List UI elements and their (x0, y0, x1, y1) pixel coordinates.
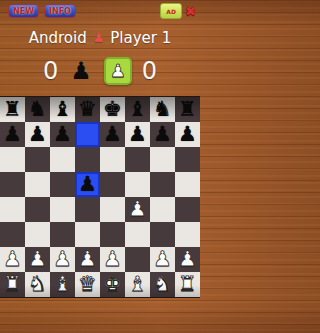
square-b5[interactable] (25, 172, 50, 197)
square-f7[interactable]: ♟ (125, 122, 150, 147)
square-c6[interactable] (50, 147, 75, 172)
square-h4[interactable] (175, 197, 200, 222)
square-f1[interactable]: ♝ (125, 272, 150, 297)
square-g4[interactable] (150, 197, 175, 222)
white-rook-piece: ♜ (178, 272, 197, 297)
square-d5[interactable]: ♟ (75, 172, 100, 197)
square-c3[interactable] (50, 222, 75, 247)
black-pawn-piece: ♟ (178, 122, 197, 147)
square-b7[interactable]: ♟ (25, 122, 50, 147)
new-button[interactable]: NEW (8, 4, 39, 18)
player-score: 0 (142, 57, 157, 85)
square-f4[interactable]: ♟ (125, 197, 150, 222)
square-d2[interactable]: ♟ (75, 247, 100, 272)
black-knight-piece: ♞ (153, 97, 172, 122)
white-knight-piece: ♞ (28, 272, 47, 297)
square-g1[interactable]: ♞ (150, 272, 175, 297)
square-a6[interactable] (0, 147, 25, 172)
black-bishop-piece: ♝ (128, 97, 147, 122)
right-player-name: Player 1 (106, 29, 175, 47)
close-ad-icon[interactable]: ✖ (185, 4, 196, 19)
black-pawn-piece: ♟ (128, 122, 147, 147)
square-c7[interactable]: ♟ (50, 122, 75, 147)
square-e1[interactable]: ♚ (100, 272, 125, 297)
white-pawn-piece: ♟ (128, 197, 147, 222)
black-king-piece: ♚ (103, 97, 122, 122)
black-pawn-piece: ♟ (153, 122, 172, 147)
square-f2[interactable] (125, 247, 150, 272)
square-b2[interactable]: ♟ (25, 247, 50, 272)
square-h8[interactable]: ♜ (175, 97, 200, 122)
square-e7[interactable]: ♟ (100, 122, 125, 147)
android-score: 0 (43, 57, 58, 85)
players-title: Android ♟ Player 1 (0, 28, 200, 47)
black-queen-piece: ♛ (78, 97, 97, 122)
square-d8[interactable]: ♛ (75, 97, 100, 122)
square-g3[interactable] (150, 222, 175, 247)
black-rook-piece: ♜ (3, 97, 22, 122)
square-a8[interactable]: ♜ (0, 97, 25, 122)
square-e8[interactable]: ♚ (100, 97, 125, 122)
square-b6[interactable] (25, 147, 50, 172)
square-f8[interactable]: ♝ (125, 97, 150, 122)
square-f5[interactable] (125, 172, 150, 197)
white-pawn-piece: ♟ (78, 247, 97, 272)
black-pawn-icon: ♟ (70, 57, 92, 85)
ad-button[interactable]: AD (160, 3, 182, 19)
square-b1[interactable]: ♞ (25, 272, 50, 297)
white-bishop-piece: ♝ (128, 272, 147, 297)
square-e5[interactable] (100, 172, 125, 197)
square-d4[interactable] (75, 197, 100, 222)
square-a5[interactable] (0, 172, 25, 197)
square-h3[interactable] (175, 222, 200, 247)
white-pawn-piece: ♟ (103, 247, 122, 272)
square-d7[interactable] (75, 122, 100, 147)
square-f6[interactable] (125, 147, 150, 172)
square-a1[interactable]: ♜ (0, 272, 25, 297)
square-e4[interactable] (100, 197, 125, 222)
black-pawn-piece: ♟ (103, 122, 122, 147)
square-a4[interactable] (0, 197, 25, 222)
square-e2[interactable]: ♟ (100, 247, 125, 272)
black-rook-piece: ♜ (178, 97, 197, 122)
turn-indicator-button[interactable]: ♟ (104, 57, 132, 85)
square-g7[interactable]: ♟ (150, 122, 175, 147)
black-pawn-piece: ♟ (78, 172, 97, 197)
chess-board: ♜♞♝♛♚♝♞♜♟♟♟♟♟♟♟♟♟♟♟♟♟♟♟♟♜♞♝♛♚♝♞♜ (0, 96, 200, 298)
square-c4[interactable] (50, 197, 75, 222)
scoreboard: 0 ♟ ♟ 0 (0, 57, 200, 85)
white-queen-piece: ♛ (78, 272, 97, 297)
black-knight-piece: ♞ (28, 97, 47, 122)
square-a7[interactable]: ♟ (0, 122, 25, 147)
chess-app: NEW INFO AD ✖ Android ♟ Player 1 0 ♟ ♟ 0… (0, 0, 200, 298)
white-pawn-piece: ♟ (3, 247, 22, 272)
square-g8[interactable]: ♞ (150, 97, 175, 122)
square-b8[interactable]: ♞ (25, 97, 50, 122)
square-c5[interactable] (50, 172, 75, 197)
black-bishop-piece: ♝ (53, 97, 72, 122)
black-pawn-piece: ♟ (28, 122, 47, 147)
white-king-piece: ♚ (103, 272, 122, 297)
info-button[interactable]: INFO (44, 4, 76, 18)
white-pawn-piece: ♟ (53, 247, 72, 272)
square-c8[interactable]: ♝ (50, 97, 75, 122)
square-d6[interactable] (75, 147, 100, 172)
white-rook-piece: ♜ (3, 272, 22, 297)
toolbar: NEW INFO AD ✖ (0, 0, 200, 19)
black-pawn-piece: ♟ (3, 122, 22, 147)
white-bishop-piece: ♝ (53, 272, 72, 297)
square-h6[interactable] (175, 147, 200, 172)
square-c2[interactable]: ♟ (50, 247, 75, 272)
square-h7[interactable]: ♟ (175, 122, 200, 147)
square-d3[interactable] (75, 222, 100, 247)
white-pawn-piece: ♟ (28, 247, 47, 272)
square-g6[interactable] (150, 147, 175, 172)
square-a2[interactable]: ♟ (0, 247, 25, 272)
square-h1[interactable]: ♜ (175, 272, 200, 297)
square-a3[interactable] (0, 222, 25, 247)
square-g2[interactable]: ♟ (150, 247, 175, 272)
white-pawn-piece: ♟ (153, 247, 172, 272)
white-pawn-piece: ♟ (178, 247, 197, 272)
left-player-name: Android (25, 29, 91, 47)
black-pawn-piece: ♟ (53, 122, 72, 147)
square-b4[interactable] (25, 197, 50, 222)
square-h2[interactable]: ♟ (175, 247, 200, 272)
square-e3[interactable] (100, 222, 125, 247)
red-pawn-icon: ♟ (91, 30, 107, 45)
square-b3[interactable] (25, 222, 50, 247)
square-f3[interactable] (125, 222, 150, 247)
square-g5[interactable] (150, 172, 175, 197)
square-e6[interactable] (100, 147, 125, 172)
square-h5[interactable] (175, 172, 200, 197)
square-c1[interactable]: ♝ (50, 272, 75, 297)
white-knight-piece: ♞ (153, 272, 172, 297)
square-d1[interactable]: ♛ (75, 272, 100, 297)
white-pawn-icon: ♟ (110, 60, 126, 82)
